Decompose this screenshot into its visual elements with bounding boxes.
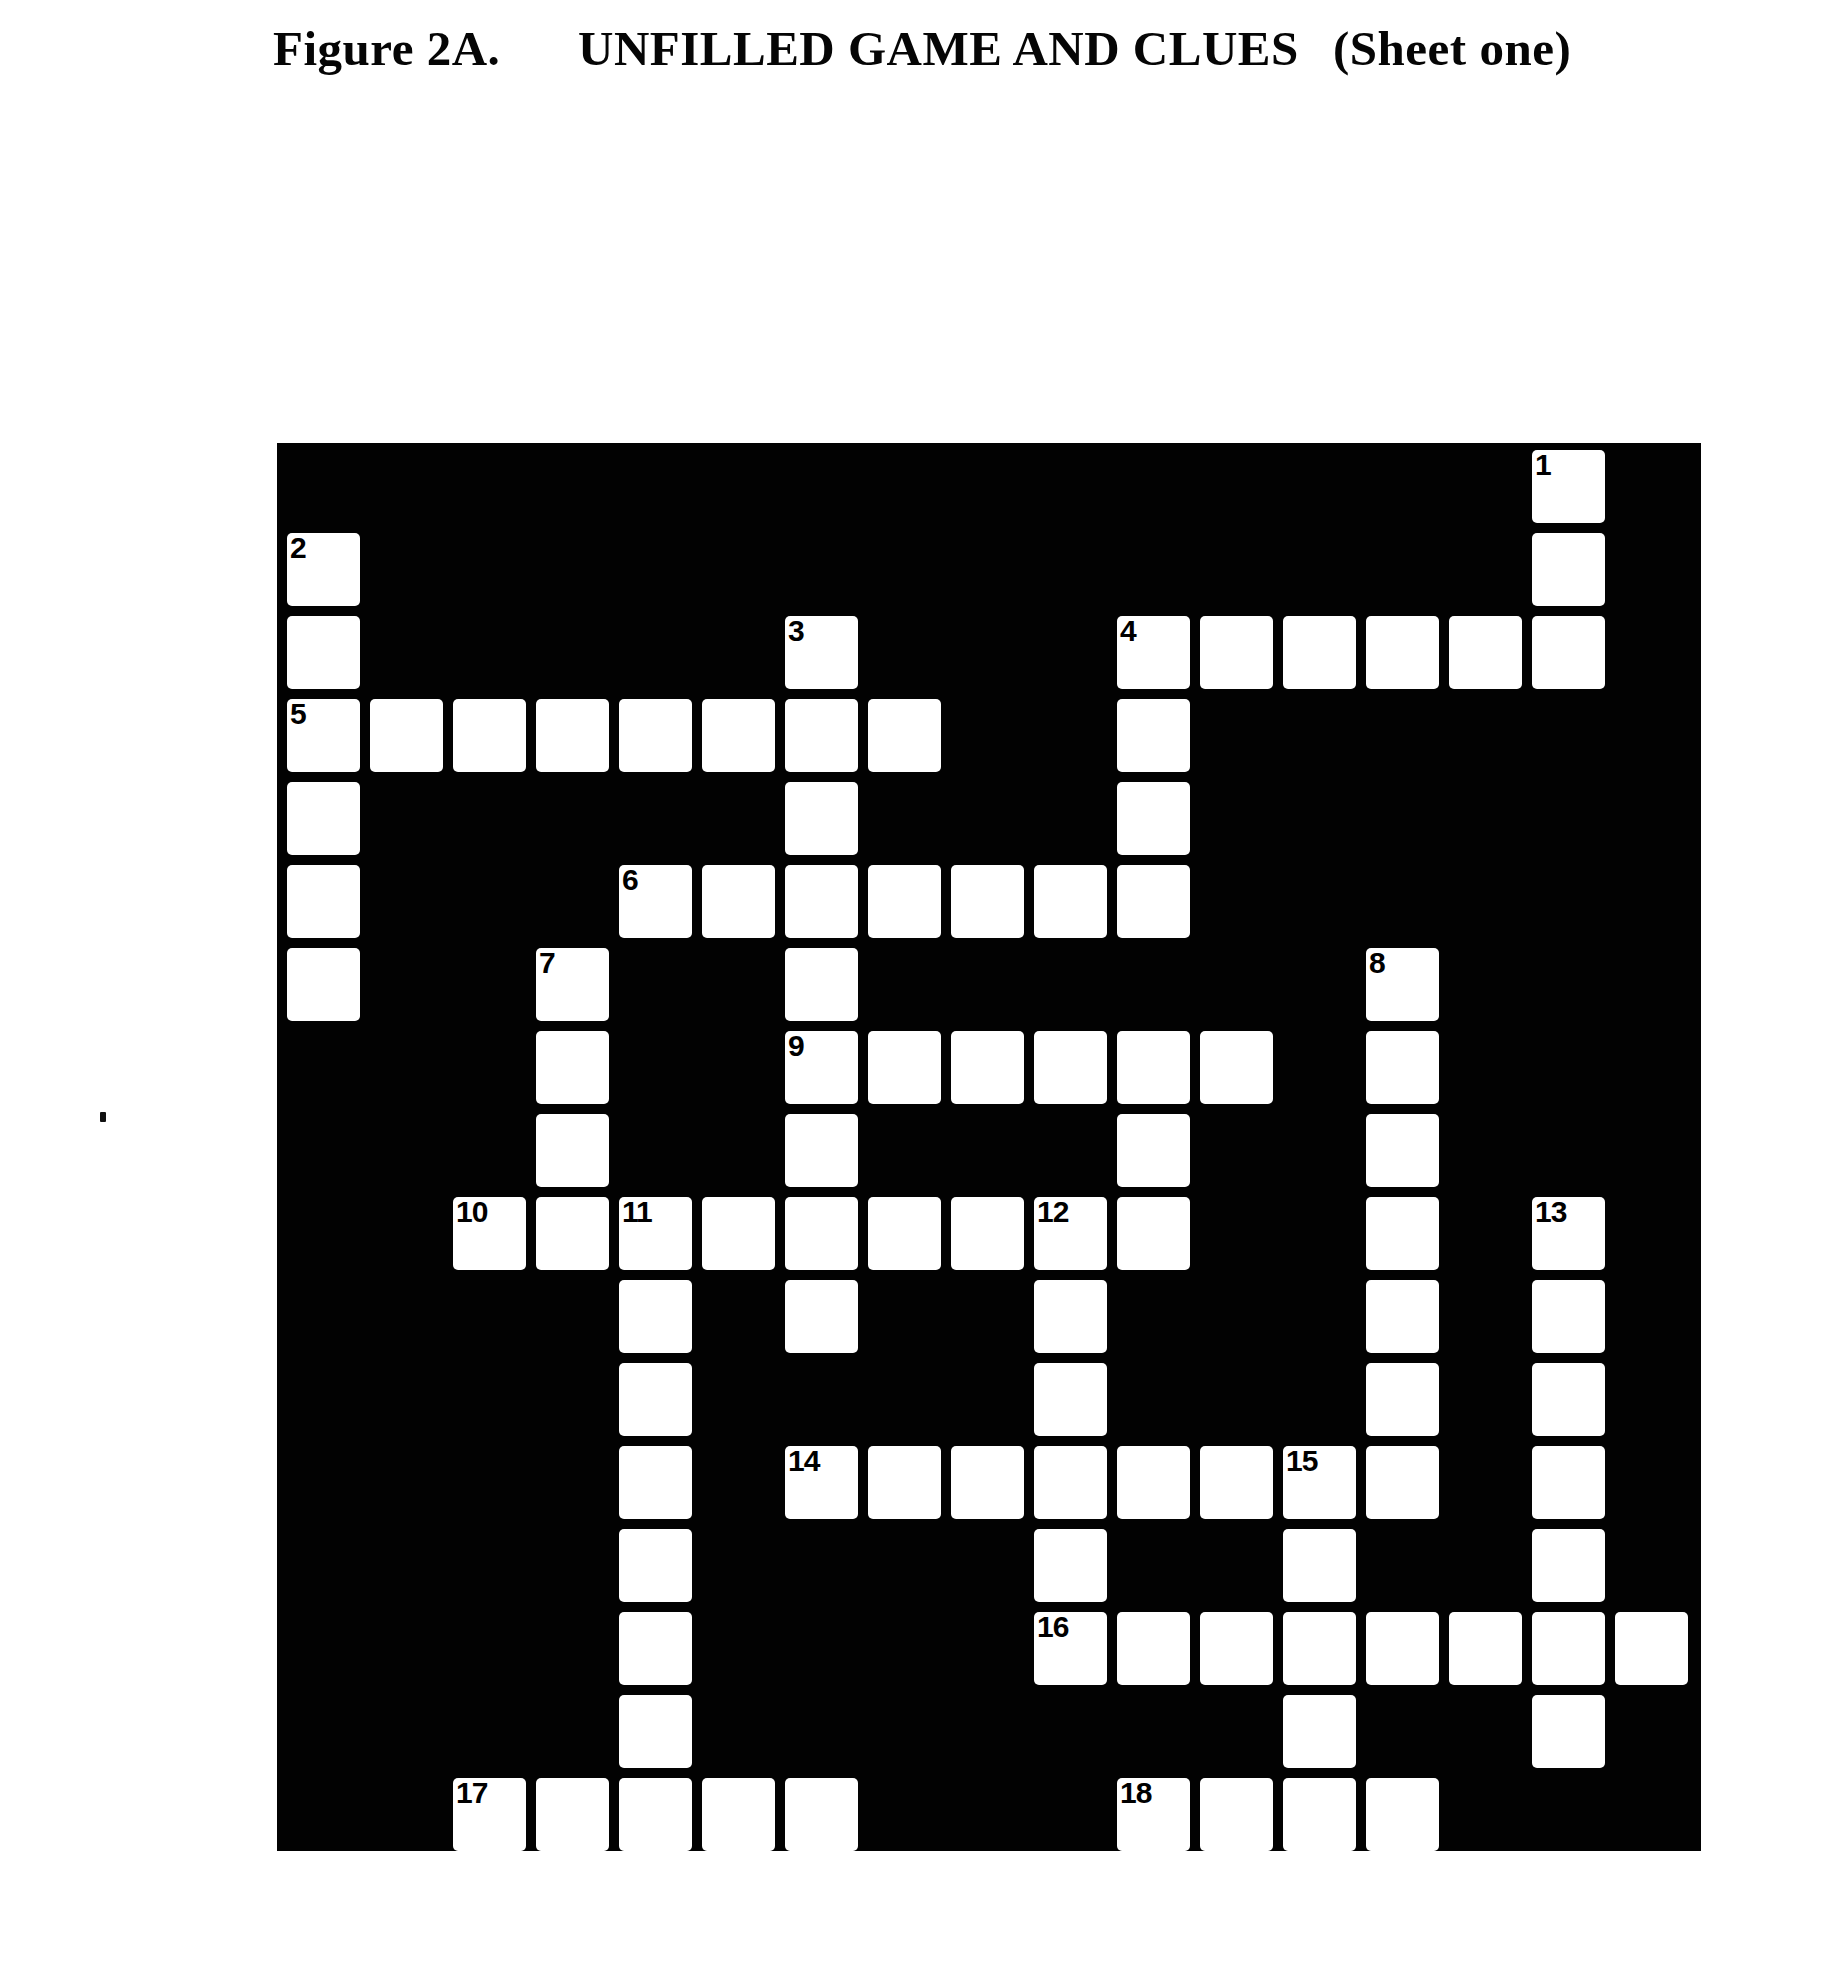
block-r14-c0 — [287, 1612, 360, 1685]
block-r9-c0 — [287, 1197, 360, 1270]
block-r6-c1 — [370, 948, 443, 1021]
block-r1-c8 — [951, 533, 1024, 606]
clue-number-10: 10 — [456, 1196, 487, 1228]
cell-r1-c0[interactable]: 2 — [287, 533, 360, 606]
block-r16-c16 — [1615, 1778, 1688, 1851]
cell-r5-c7[interactable] — [868, 865, 941, 938]
cell-r16-c2[interactable]: 17 — [453, 1778, 526, 1851]
block-r12-c2 — [453, 1446, 526, 1519]
block-r15-c6 — [785, 1695, 858, 1768]
block-r11-c10 — [1117, 1363, 1190, 1436]
block-r16-c8 — [951, 1778, 1024, 1851]
block-r2-c16 — [1615, 616, 1688, 689]
block-r13-c8 — [951, 1529, 1024, 1602]
figure-label: Figure 2A. — [273, 20, 500, 77]
cell-r5-c6[interactable] — [785, 865, 858, 938]
block-r11-c11 — [1200, 1363, 1273, 1436]
block-r12-c5 — [702, 1446, 775, 1519]
block-r15-c16 — [1615, 1695, 1688, 1768]
cell-r2-c14[interactable] — [1449, 616, 1522, 689]
block-r0-c12 — [1283, 450, 1356, 523]
block-r16-c7 — [868, 1778, 941, 1851]
block-r0-c14 — [1449, 450, 1522, 523]
block-r8-c11 — [1200, 1114, 1273, 1187]
block-r1-c6 — [785, 533, 858, 606]
cell-r8-c3[interactable] — [536, 1114, 609, 1187]
cell-r9-c9[interactable]: 12 — [1034, 1197, 1107, 1270]
cell-r10-c15[interactable] — [1532, 1280, 1605, 1353]
cell-r14-c16[interactable] — [1615, 1612, 1688, 1685]
cell-r6-c0[interactable] — [287, 948, 360, 1021]
block-r10-c1 — [370, 1280, 443, 1353]
clue-number-1: 1 — [1535, 449, 1551, 481]
cell-r11-c15[interactable] — [1532, 1363, 1605, 1436]
block-r3-c11 — [1200, 699, 1273, 772]
clue-number-16: 16 — [1037, 1611, 1068, 1643]
block-r4-c14 — [1449, 782, 1522, 855]
block-r8-c9 — [1034, 1114, 1107, 1187]
block-r3-c15 — [1532, 699, 1605, 772]
block-r2-c9 — [1034, 616, 1107, 689]
cell-r12-c8[interactable] — [951, 1446, 1024, 1519]
crossword-board: 123456789101112131415161718 — [277, 443, 1701, 1851]
block-r7-c2 — [453, 1031, 526, 1104]
block-r5-c3 — [536, 865, 609, 938]
cell-r11-c9[interactable] — [1034, 1363, 1107, 1436]
block-r3-c16 — [1615, 699, 1688, 772]
cell-r12-c7[interactable] — [868, 1446, 941, 1519]
block-r4-c1 — [370, 782, 443, 855]
cell-r5-c4[interactable]: 6 — [619, 865, 692, 938]
block-r11-c8 — [951, 1363, 1024, 1436]
block-r6-c7 — [868, 948, 941, 1021]
block-r4-c5 — [702, 782, 775, 855]
cell-r16-c5[interactable] — [702, 1778, 775, 1851]
clue-number-2: 2 — [290, 532, 306, 564]
block-r10-c3 — [536, 1280, 609, 1353]
cell-r14-c14[interactable] — [1449, 1612, 1522, 1685]
clue-number-5: 5 — [290, 698, 306, 730]
block-r16-c0 — [287, 1778, 360, 1851]
block-r9-c12 — [1283, 1197, 1356, 1270]
block-r1-c7 — [868, 533, 941, 606]
block-r13-c6 — [785, 1529, 858, 1602]
cell-r16-c3[interactable] — [536, 1778, 609, 1851]
cell-r9-c6[interactable] — [785, 1197, 858, 1270]
block-r10-c5 — [702, 1280, 775, 1353]
cell-r16-c4[interactable] — [619, 1778, 692, 1851]
block-r4-c9 — [1034, 782, 1107, 855]
block-r16-c15 — [1532, 1778, 1605, 1851]
block-r16-c1 — [370, 1778, 443, 1851]
block-r12-c14 — [1449, 1446, 1522, 1519]
clue-number-15: 15 — [1286, 1445, 1317, 1477]
block-r11-c7 — [868, 1363, 941, 1436]
cell-r7-c7[interactable] — [868, 1031, 941, 1104]
block-r15-c11 — [1200, 1695, 1273, 1768]
cell-r3-c10[interactable] — [1117, 699, 1190, 772]
block-r10-c7 — [868, 1280, 941, 1353]
block-r7-c4 — [619, 1031, 692, 1104]
block-r13-c0 — [287, 1529, 360, 1602]
block-r9-c16 — [1615, 1197, 1688, 1270]
block-r5-c12 — [1283, 865, 1356, 938]
block-r12-c1 — [370, 1446, 443, 1519]
cell-r13-c4[interactable] — [619, 1529, 692, 1602]
block-r8-c12 — [1283, 1114, 1356, 1187]
cell-r13-c12[interactable] — [1283, 1529, 1356, 1602]
block-r12-c3 — [536, 1446, 609, 1519]
block-r14-c5 — [702, 1612, 775, 1685]
block-r8-c0 — [287, 1114, 360, 1187]
cell-r4-c10[interactable] — [1117, 782, 1190, 855]
cell-r2-c15[interactable] — [1532, 616, 1605, 689]
cell-r16-c10[interactable]: 18 — [1117, 1778, 1190, 1851]
cell-r4-c0[interactable] — [287, 782, 360, 855]
block-r8-c7 — [868, 1114, 941, 1187]
block-r0-c8 — [951, 450, 1024, 523]
block-r6-c5 — [702, 948, 775, 1021]
block-r10-c8 — [951, 1280, 1024, 1353]
cell-r16-c11[interactable] — [1200, 1778, 1273, 1851]
block-r5-c15 — [1532, 865, 1605, 938]
block-r8-c15 — [1532, 1114, 1605, 1187]
block-r10-c0 — [287, 1280, 360, 1353]
block-r15-c13 — [1366, 1695, 1439, 1768]
block-r11-c14 — [1449, 1363, 1522, 1436]
cell-r3-c6[interactable] — [785, 699, 858, 772]
block-r8-c2 — [453, 1114, 526, 1187]
figure-page: Figure 2A. UNFILLED GAME AND CLUES (Shee… — [0, 0, 1835, 1964]
block-r6-c9 — [1034, 948, 1107, 1021]
block-r7-c5 — [702, 1031, 775, 1104]
cell-r6-c13[interactable]: 8 — [1366, 948, 1439, 1021]
cell-r11-c4[interactable] — [619, 1363, 692, 1436]
block-r10-c11 — [1200, 1280, 1273, 1353]
block-r6-c4 — [619, 948, 692, 1021]
block-r13-c14 — [1449, 1529, 1522, 1602]
cell-r10-c13[interactable] — [1366, 1280, 1439, 1353]
cell-r14-c10[interactable] — [1117, 1612, 1190, 1685]
cell-r5-c8[interactable] — [951, 865, 1024, 938]
cell-r3-c0[interactable]: 5 — [287, 699, 360, 772]
block-r9-c14 — [1449, 1197, 1522, 1270]
clue-number-14: 14 — [788, 1445, 819, 1477]
cell-r3-c5[interactable] — [702, 699, 775, 772]
block-r1-c13 — [1366, 533, 1439, 606]
block-r15-c2 — [453, 1695, 526, 1768]
cell-r6-c3[interactable]: 7 — [536, 948, 609, 1021]
cell-r3-c2[interactable] — [453, 699, 526, 772]
cell-r14-c9[interactable]: 16 — [1034, 1612, 1107, 1685]
cell-r15-c15[interactable] — [1532, 1695, 1605, 1768]
block-r15-c5 — [702, 1695, 775, 1768]
block-r15-c8 — [951, 1695, 1024, 1768]
block-r2-c8 — [951, 616, 1024, 689]
block-r9-c1 — [370, 1197, 443, 1270]
block-r0-c13 — [1366, 450, 1439, 523]
block-r0-c10 — [1117, 450, 1190, 523]
block-r1-c5 — [702, 533, 775, 606]
block-r0-c2 — [453, 450, 526, 523]
block-r10-c16 — [1615, 1280, 1688, 1353]
block-r11-c16 — [1615, 1363, 1688, 1436]
clue-number-4: 4 — [1120, 615, 1136, 647]
block-r13-c16 — [1615, 1529, 1688, 1602]
cell-r12-c15[interactable] — [1532, 1446, 1605, 1519]
block-r0-c1 — [370, 450, 443, 523]
block-r14-c7 — [868, 1612, 941, 1685]
cell-r12-c13[interactable] — [1366, 1446, 1439, 1519]
block-r14-c3 — [536, 1612, 609, 1685]
block-r4-c8 — [951, 782, 1024, 855]
clue-number-12: 12 — [1037, 1196, 1068, 1228]
cell-r9-c5[interactable] — [702, 1197, 775, 1270]
cell-r14-c11[interactable] — [1200, 1612, 1273, 1685]
cell-r5-c0[interactable] — [287, 865, 360, 938]
block-r1-c1 — [370, 533, 443, 606]
block-r8-c5 — [702, 1114, 775, 1187]
cell-r14-c12[interactable] — [1283, 1612, 1356, 1685]
block-r4-c4 — [619, 782, 692, 855]
block-r1-c4 — [619, 533, 692, 606]
figure-sheet-note: (Sheet one) — [1333, 20, 1571, 77]
cell-r14-c4[interactable] — [619, 1612, 692, 1685]
cell-r12-c10[interactable] — [1117, 1446, 1190, 1519]
block-r4-c7 — [868, 782, 941, 855]
block-r4-c12 — [1283, 782, 1356, 855]
cell-r7-c8[interactable] — [951, 1031, 1024, 1104]
cell-r9-c8[interactable] — [951, 1197, 1024, 1270]
cell-r10-c6[interactable] — [785, 1280, 858, 1353]
block-r13-c10 — [1117, 1529, 1190, 1602]
clue-number-8: 8 — [1369, 947, 1385, 979]
block-r8-c8 — [951, 1114, 1024, 1187]
block-r1-c16 — [1615, 533, 1688, 606]
block-r15-c3 — [536, 1695, 609, 1768]
block-r6-c15 — [1532, 948, 1605, 1021]
block-r10-c2 — [453, 1280, 526, 1353]
cell-r3-c4[interactable] — [619, 699, 692, 772]
block-r11-c12 — [1283, 1363, 1356, 1436]
block-r15-c1 — [370, 1695, 443, 1768]
block-r4-c13 — [1366, 782, 1439, 855]
block-r6-c16 — [1615, 948, 1688, 1021]
cell-r3-c1[interactable] — [370, 699, 443, 772]
cell-r13-c15[interactable] — [1532, 1529, 1605, 1602]
cell-r12-c4[interactable] — [619, 1446, 692, 1519]
block-r2-c5 — [702, 616, 775, 689]
block-r1-c11 — [1200, 533, 1273, 606]
cell-r7-c3[interactable] — [536, 1031, 609, 1104]
cell-r7-c13[interactable] — [1366, 1031, 1439, 1104]
cell-r5-c5[interactable] — [702, 865, 775, 938]
cell-r2-c13[interactable] — [1366, 616, 1439, 689]
block-r8-c16 — [1615, 1114, 1688, 1187]
cell-r7-c11[interactable] — [1200, 1031, 1273, 1104]
clue-number-18: 18 — [1120, 1777, 1151, 1809]
cell-r1-c15[interactable] — [1532, 533, 1605, 606]
block-r1-c12 — [1283, 533, 1356, 606]
block-r11-c2 — [453, 1363, 526, 1436]
block-r0-c4 — [619, 450, 692, 523]
block-r6-c12 — [1283, 948, 1356, 1021]
block-r8-c1 — [370, 1114, 443, 1187]
block-r8-c4 — [619, 1114, 692, 1187]
cell-r16-c12[interactable] — [1283, 1778, 1356, 1851]
cell-r10-c4[interactable] — [619, 1280, 692, 1353]
cell-r12-c11[interactable] — [1200, 1446, 1273, 1519]
cell-r9-c10[interactable] — [1117, 1197, 1190, 1270]
cell-r12-c9[interactable] — [1034, 1446, 1107, 1519]
block-r16-c9 — [1034, 1778, 1107, 1851]
block-r1-c14 — [1449, 533, 1522, 606]
block-r5-c1 — [370, 865, 443, 938]
cell-r8-c6[interactable] — [785, 1114, 858, 1187]
block-r13-c11 — [1200, 1529, 1273, 1602]
cell-r12-c12[interactable]: 15 — [1283, 1446, 1356, 1519]
block-r12-c0 — [287, 1446, 360, 1519]
clue-number-6: 6 — [622, 864, 638, 896]
block-r2-c3 — [536, 616, 609, 689]
cell-r7-c9[interactable] — [1034, 1031, 1107, 1104]
cell-r2-c12[interactable] — [1283, 616, 1356, 689]
block-r14-c2 — [453, 1612, 526, 1685]
block-r7-c14 — [1449, 1031, 1522, 1104]
block-r0-c9 — [1034, 450, 1107, 523]
block-r5-c11 — [1200, 865, 1273, 938]
block-r7-c15 — [1532, 1031, 1605, 1104]
block-r14-c1 — [370, 1612, 443, 1685]
block-r11-c0 — [287, 1363, 360, 1436]
cell-r14-c13[interactable] — [1366, 1612, 1439, 1685]
cell-r9-c13[interactable] — [1366, 1197, 1439, 1270]
block-r0-c11 — [1200, 450, 1273, 523]
cell-r16-c13[interactable] — [1366, 1778, 1439, 1851]
block-r4-c11 — [1200, 782, 1273, 855]
clue-number-3: 3 — [788, 615, 804, 647]
block-r2-c2 — [453, 616, 526, 689]
block-r3-c14 — [1449, 699, 1522, 772]
block-r0-c16 — [1615, 450, 1688, 523]
block-r15-c14 — [1449, 1695, 1522, 1768]
block-r13-c1 — [370, 1529, 443, 1602]
cell-r7-c6[interactable]: 9 — [785, 1031, 858, 1104]
block-r4-c16 — [1615, 782, 1688, 855]
block-r1-c10 — [1117, 533, 1190, 606]
clue-number-17: 17 — [456, 1777, 487, 1809]
figure-title: UNFILLED GAME AND CLUES — [578, 20, 1299, 77]
cell-r11-c13[interactable] — [1366, 1363, 1439, 1436]
cell-r0-c15[interactable]: 1 — [1532, 450, 1605, 523]
block-r6-c2 — [453, 948, 526, 1021]
cell-r13-c9[interactable] — [1034, 1529, 1107, 1602]
block-r0-c3 — [536, 450, 609, 523]
clue-number-13: 13 — [1535, 1196, 1566, 1228]
block-r15-c7 — [868, 1695, 941, 1768]
block-r11-c5 — [702, 1363, 775, 1436]
block-r5-c14 — [1449, 865, 1522, 938]
block-r11-c6 — [785, 1363, 858, 1436]
cell-r2-c6[interactable]: 3 — [785, 616, 858, 689]
cell-r2-c10[interactable]: 4 — [1117, 616, 1190, 689]
block-r1-c9 — [1034, 533, 1107, 606]
block-r11-c1 — [370, 1363, 443, 1436]
block-r6-c8 — [951, 948, 1024, 1021]
cell-r2-c0[interactable] — [287, 616, 360, 689]
cell-r9-c3[interactable] — [536, 1197, 609, 1270]
cell-r14-c15[interactable] — [1532, 1612, 1605, 1685]
block-r11-c3 — [536, 1363, 609, 1436]
cell-r9-c15[interactable]: 13 — [1532, 1197, 1605, 1270]
cell-r16-c6[interactable] — [785, 1778, 858, 1851]
block-r10-c10 — [1117, 1280, 1190, 1353]
block-r5-c2 — [453, 865, 526, 938]
cell-r9-c4[interactable]: 11 — [619, 1197, 692, 1270]
block-r2-c1 — [370, 616, 443, 689]
cell-r8-c10[interactable] — [1117, 1114, 1190, 1187]
block-r7-c0 — [287, 1031, 360, 1104]
block-r15-c10 — [1117, 1695, 1190, 1768]
block-r10-c14 — [1449, 1280, 1522, 1353]
cell-r9-c2[interactable]: 10 — [453, 1197, 526, 1270]
cell-r8-c13[interactable] — [1366, 1114, 1439, 1187]
block-r13-c2 — [453, 1529, 526, 1602]
block-r16-c14 — [1449, 1778, 1522, 1851]
block-r6-c11 — [1200, 948, 1273, 1021]
block-r3-c9 — [1034, 699, 1107, 772]
block-r2-c4 — [619, 616, 692, 689]
block-r3-c13 — [1366, 699, 1439, 772]
block-r10-c12 — [1283, 1280, 1356, 1353]
cell-r3-c7[interactable] — [868, 699, 941, 772]
cell-r15-c12[interactable] — [1283, 1695, 1356, 1768]
cell-r2-c11[interactable] — [1200, 616, 1273, 689]
block-r13-c5 — [702, 1529, 775, 1602]
block-r0-c5 — [702, 450, 775, 523]
block-r13-c13 — [1366, 1529, 1439, 1602]
block-r0-c0 — [287, 450, 360, 523]
block-r6-c14 — [1449, 948, 1522, 1021]
clue-number-7: 7 — [539, 947, 555, 979]
cell-r6-c6[interactable] — [785, 948, 858, 1021]
block-r1-c3 — [536, 533, 609, 606]
block-r5-c16 — [1615, 865, 1688, 938]
cell-r12-c6[interactable]: 14 — [785, 1446, 858, 1519]
block-r6-c10 — [1117, 948, 1190, 1021]
block-r14-c6 — [785, 1612, 858, 1685]
cell-r15-c4[interactable] — [619, 1695, 692, 1768]
block-r2-c7 — [868, 616, 941, 689]
cell-r5-c9[interactable] — [1034, 865, 1107, 938]
scan-artifact-dot — [100, 1112, 106, 1122]
block-r3-c12 — [1283, 699, 1356, 772]
cell-r5-c10[interactable] — [1117, 865, 1190, 938]
block-r14-c8 — [951, 1612, 1024, 1685]
cell-r10-c9[interactable] — [1034, 1280, 1107, 1353]
cell-r7-c10[interactable] — [1117, 1031, 1190, 1104]
cell-r9-c7[interactable] — [868, 1197, 941, 1270]
block-r13-c3 — [536, 1529, 609, 1602]
block-r7-c16 — [1615, 1031, 1688, 1104]
cell-r3-c3[interactable] — [536, 699, 609, 772]
block-r7-c12 — [1283, 1031, 1356, 1104]
cell-r4-c6[interactable] — [785, 782, 858, 855]
block-r8-c14 — [1449, 1114, 1522, 1187]
block-r3-c8 — [951, 699, 1024, 772]
block-r5-c13 — [1366, 865, 1439, 938]
block-r0-c7 — [868, 450, 941, 523]
